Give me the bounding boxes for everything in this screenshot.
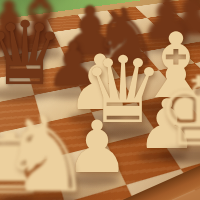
chess-photo-scene: ♟♝♛♟♟♞♟♟♟♛♝♟♚♟♞♜ bbox=[0, 0, 200, 200]
chessboard bbox=[0, 0, 200, 200]
